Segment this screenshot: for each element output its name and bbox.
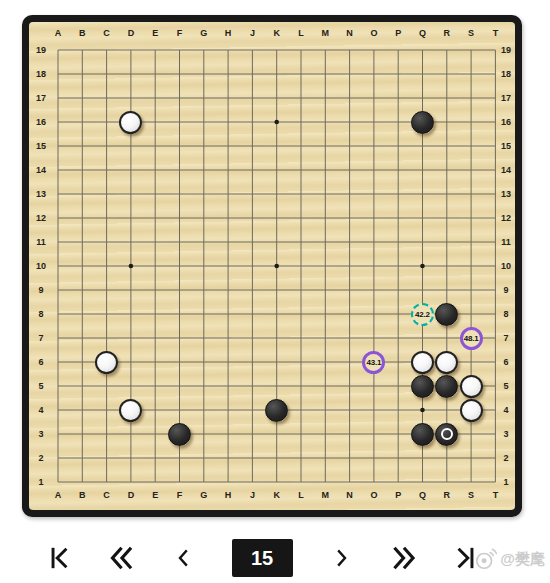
row-label-left-13: 13 xyxy=(36,190,46,199)
col-label-top-M: M xyxy=(322,29,330,38)
row-label-left-16: 16 xyxy=(36,118,46,127)
chevron-left-icon xyxy=(174,546,192,570)
row-label-left-2: 2 xyxy=(38,454,43,463)
col-label-top-Q: Q xyxy=(419,29,426,38)
col-label-top-F: F xyxy=(177,29,183,38)
stone-black-R5 xyxy=(435,375,458,398)
col-label-top-T: T xyxy=(493,29,499,38)
col-label-top-L: L xyxy=(298,29,304,38)
go-to-start-button[interactable] xyxy=(46,543,72,573)
stone-white-Q6 xyxy=(411,351,434,374)
back-10-button[interactable] xyxy=(108,543,134,573)
annotation-S7: 48.1 xyxy=(460,327,483,350)
col-label-top-A: A xyxy=(55,29,62,38)
last-move-marker xyxy=(441,428,453,440)
row-label-left-4: 4 xyxy=(38,406,43,415)
stone-black-Q5 xyxy=(411,375,434,398)
goban-frame: AABBCCDDEEFFGGHHJJKKLLMMNNOOPPQQRRSSTT19… xyxy=(22,15,522,517)
stone-black-F3 xyxy=(168,423,191,446)
row-label-left-5: 5 xyxy=(38,382,43,391)
col-label-top-E: E xyxy=(152,29,158,38)
col-label-top-K: K xyxy=(273,29,280,38)
col-label-top-D: D xyxy=(128,29,135,38)
col-label-top-S: S xyxy=(468,29,474,38)
col-label-top-C: C xyxy=(103,29,110,38)
col-label-top-O: O xyxy=(370,29,377,38)
stone-black-Q3 xyxy=(411,423,434,446)
go-kifu-viewer: AABBCCDDEEFFGGHHJJKKLLMMNNOOPPQQRRSSTT19… xyxy=(0,0,550,583)
row-label-left-3: 3 xyxy=(38,430,43,439)
row-label-left-12: 12 xyxy=(36,214,46,223)
watermark: @樊麾 xyxy=(474,547,545,571)
col-label-top-J: J xyxy=(250,29,255,38)
row-label-left-1: 1 xyxy=(38,478,43,487)
rewind-icon xyxy=(109,546,133,570)
go-board[interactable]: 42.248.143.1 xyxy=(46,38,508,494)
row-label-left-17: 17 xyxy=(36,94,46,103)
stone-white-D4 xyxy=(119,399,142,422)
row-label-left-8: 8 xyxy=(38,310,43,319)
annotation-O6: 43.1 xyxy=(362,351,385,374)
row-label-left-7: 7 xyxy=(38,334,43,343)
skip-to-start-icon xyxy=(48,546,70,570)
annotation-Q8: 42.2 xyxy=(411,303,434,326)
row-label-left-10: 10 xyxy=(36,262,46,271)
stone-white-S4 xyxy=(460,399,483,422)
col-label-top-B: B xyxy=(79,29,86,38)
weibo-eye-icon xyxy=(474,547,498,571)
move-navigation: 15 xyxy=(0,535,550,581)
stone-black-Q16 xyxy=(411,111,434,134)
forward-10-button[interactable] xyxy=(391,543,417,573)
goban-wood: AABBCCDDEEFFGGHHJJKKLLMMNNOOPPQQRRSSTT19… xyxy=(29,22,515,510)
col-label-top-N: N xyxy=(346,29,353,38)
fast-forward-icon xyxy=(392,546,416,570)
watermark-text: @樊麾 xyxy=(500,550,545,569)
col-label-top-P: P xyxy=(395,29,401,38)
chevron-right-icon xyxy=(333,546,351,570)
back-button[interactable] xyxy=(170,543,196,573)
row-label-left-15: 15 xyxy=(36,142,46,151)
stone-black-K4 xyxy=(265,399,288,422)
row-label-left-9: 9 xyxy=(38,286,43,295)
stone-black-R3 xyxy=(435,423,458,446)
row-label-left-19: 19 xyxy=(36,46,46,55)
stone-white-S5 xyxy=(460,375,483,398)
stone-white-C6 xyxy=(95,351,118,374)
row-label-left-11: 11 xyxy=(36,238,46,247)
stone-white-D16 xyxy=(119,111,142,134)
stone-black-R8 xyxy=(435,303,458,326)
col-label-top-H: H xyxy=(225,29,232,38)
col-label-top-R: R xyxy=(444,29,451,38)
stone-white-R6 xyxy=(435,351,458,374)
skip-to-end-icon xyxy=(455,546,477,570)
row-label-left-6: 6 xyxy=(38,358,43,367)
col-label-top-G: G xyxy=(200,29,207,38)
row-label-left-14: 14 xyxy=(36,166,46,175)
row-label-left-18: 18 xyxy=(36,70,46,79)
move-number-display: 15 xyxy=(232,539,293,577)
forward-button[interactable] xyxy=(329,543,355,573)
